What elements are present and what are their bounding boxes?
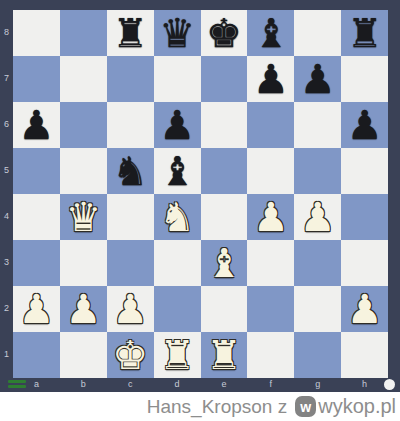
rank-label-6: 6 — [0, 119, 13, 129]
square-d5[interactable]: ♝ — [154, 148, 201, 194]
square-e4[interactable] — [201, 194, 248, 240]
square-e8[interactable]: ♚ — [201, 10, 248, 56]
white-pawn: ♟ — [19, 286, 55, 332]
square-h5[interactable] — [341, 148, 388, 194]
square-f4[interactable]: ♟ — [247, 194, 294, 240]
file-label-c: c — [107, 379, 154, 389]
square-c1[interactable]: ♚ — [107, 332, 154, 378]
rank-label-2: 2 — [0, 303, 13, 313]
square-g8[interactable] — [294, 10, 341, 56]
square-e6[interactable] — [201, 102, 248, 148]
white-bishop: ♝ — [206, 240, 242, 286]
square-g4[interactable]: ♟ — [294, 194, 341, 240]
black-rook: ♜ — [347, 10, 383, 56]
file-label-f: f — [247, 379, 294, 389]
black-pawn: ♟ — [347, 102, 383, 148]
square-b3[interactable] — [60, 240, 107, 286]
black-pawn: ♟ — [19, 102, 55, 148]
chess-board: ♜♛♚♝♜♟♟♟♟♟♞♝♛♞♟♟♝♟♟♟♟♚♜♜ — [13, 10, 388, 378]
square-a4[interactable] — [13, 194, 60, 240]
equal-evaluation-bar — [8, 380, 26, 383]
square-e3[interactable]: ♝ — [201, 240, 248, 286]
square-g2[interactable] — [294, 286, 341, 332]
square-c5[interactable]: ♞ — [107, 148, 154, 194]
square-e7[interactable] — [201, 56, 248, 102]
equal-evaluation-icon — [8, 380, 26, 388]
watermark-author: Hans_Kropson z — [147, 396, 287, 418]
square-c2[interactable]: ♟ — [107, 286, 154, 332]
square-f3[interactable] — [247, 240, 294, 286]
square-h3[interactable] — [341, 240, 388, 286]
square-c7[interactable] — [107, 56, 154, 102]
square-c4[interactable] — [107, 194, 154, 240]
square-e1[interactable]: ♜ — [201, 332, 248, 378]
white-king: ♚ — [112, 332, 148, 378]
white-rook: ♜ — [159, 332, 195, 378]
square-e5[interactable] — [201, 148, 248, 194]
square-d3[interactable] — [154, 240, 201, 286]
square-e2[interactable] — [201, 286, 248, 332]
rank-labels: 87654321 — [0, 10, 13, 378]
square-h1[interactable] — [341, 332, 388, 378]
square-f1[interactable] — [247, 332, 294, 378]
square-c3[interactable] — [107, 240, 154, 286]
rank-label-1: 1 — [0, 349, 13, 359]
white-rook: ♜ — [206, 332, 242, 378]
square-c8[interactable]: ♜ — [107, 10, 154, 56]
rank-label-4: 4 — [0, 211, 13, 221]
black-bishop: ♝ — [253, 10, 289, 56]
square-d6[interactable]: ♟ — [154, 102, 201, 148]
wykop-logo-icon: w — [295, 396, 316, 417]
rank-label-7: 7 — [0, 73, 13, 83]
square-d4[interactable]: ♞ — [154, 194, 201, 240]
rank-label-8: 8 — [0, 27, 13, 37]
square-c6[interactable] — [107, 102, 154, 148]
square-g6[interactable] — [294, 102, 341, 148]
square-b2[interactable]: ♟ — [60, 286, 107, 332]
black-king: ♚ — [206, 10, 242, 56]
black-pawn: ♟ — [253, 56, 289, 102]
square-a2[interactable]: ♟ — [13, 286, 60, 332]
white-knight: ♞ — [159, 194, 195, 240]
equal-evaluation-bar — [8, 385, 26, 388]
white-pawn: ♟ — [253, 194, 289, 240]
square-f7[interactable]: ♟ — [247, 56, 294, 102]
square-f6[interactable] — [247, 102, 294, 148]
chess-board-frame: ♜♛♚♝♜♟♟♟♟♟♞♝♛♞♟♟♝♟♟♟♟♚♜♜ 87654321 abcdef… — [0, 0, 400, 392]
file-label-e: e — [201, 379, 248, 389]
white-pawn: ♟ — [347, 286, 383, 332]
square-a3[interactable] — [13, 240, 60, 286]
square-d1[interactable]: ♜ — [154, 332, 201, 378]
watermark-strip: Hans_Kropson z w wykop.pl — [0, 392, 400, 421]
white-pawn: ♟ — [65, 286, 101, 332]
square-b4[interactable]: ♛ — [60, 194, 107, 240]
square-a5[interactable] — [13, 148, 60, 194]
square-a8[interactable] — [13, 10, 60, 56]
square-g1[interactable] — [294, 332, 341, 378]
black-knight: ♞ — [112, 148, 148, 194]
square-f2[interactable] — [247, 286, 294, 332]
square-a1[interactable] — [13, 332, 60, 378]
square-g3[interactable] — [294, 240, 341, 286]
square-b1[interactable] — [60, 332, 107, 378]
black-rook: ♜ — [112, 10, 148, 56]
white-queen: ♛ — [65, 194, 101, 240]
square-a7[interactable] — [13, 56, 60, 102]
square-h6[interactable]: ♟ — [341, 102, 388, 148]
file-label-h: h — [341, 379, 388, 389]
black-pawn: ♟ — [159, 102, 195, 148]
square-g7[interactable]: ♟ — [294, 56, 341, 102]
file-label-g: g — [294, 379, 341, 389]
square-f5[interactable] — [247, 148, 294, 194]
square-b7[interactable] — [60, 56, 107, 102]
square-d2[interactable] — [154, 286, 201, 332]
white-pawn: ♟ — [112, 286, 148, 332]
file-label-d: d — [154, 379, 201, 389]
square-d7[interactable] — [154, 56, 201, 102]
square-h8[interactable]: ♜ — [341, 10, 388, 56]
rank-label-3: 3 — [0, 257, 13, 267]
watermark-site: wykop.pl — [318, 395, 396, 418]
square-a6[interactable]: ♟ — [13, 102, 60, 148]
square-h4[interactable] — [341, 194, 388, 240]
square-h2[interactable]: ♟ — [341, 286, 388, 332]
rank-label-5: 5 — [0, 165, 13, 175]
square-b8[interactable] — [60, 10, 107, 56]
black-pawn: ♟ — [300, 56, 336, 102]
file-label-b: b — [60, 379, 107, 389]
white-pawn: ♟ — [300, 194, 336, 240]
black-bishop: ♝ — [159, 148, 195, 194]
black-queen: ♛ — [159, 10, 195, 56]
square-b5[interactable] — [60, 148, 107, 194]
square-b6[interactable] — [60, 102, 107, 148]
file-labels: abcdefgh — [13, 378, 388, 392]
square-d8[interactable]: ♛ — [154, 10, 201, 56]
square-g5[interactable] — [294, 148, 341, 194]
square-f8[interactable]: ♝ — [247, 10, 294, 56]
white-to-move-indicator — [384, 379, 395, 390]
square-h7[interactable] — [341, 56, 388, 102]
